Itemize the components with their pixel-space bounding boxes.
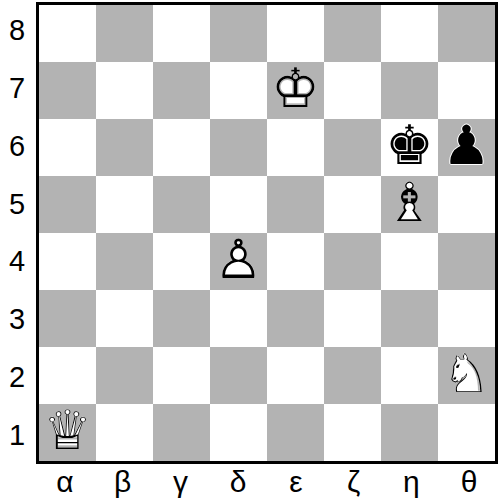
square-e1[interactable]	[267, 404, 324, 461]
piece-outline-glyph: ♙	[210, 233, 267, 290]
square-d3[interactable]	[210, 290, 267, 347]
square-e7[interactable]: ♚♔	[267, 62, 324, 119]
square-g2[interactable]	[381, 347, 438, 404]
square-b7[interactable]	[96, 62, 153, 119]
square-f5[interactable]	[324, 176, 381, 233]
square-a1[interactable]: ♛♕	[39, 404, 96, 461]
piece-outline-glyph: ♔	[267, 62, 324, 119]
square-d7[interactable]	[210, 62, 267, 119]
square-c7[interactable]	[153, 62, 210, 119]
square-h2[interactable]: ♞♘	[438, 347, 495, 404]
square-f2[interactable]	[324, 347, 381, 404]
square-h3[interactable]	[438, 290, 495, 347]
black-pawn-piece[interactable]: ♟	[438, 119, 495, 176]
piece-outline-glyph: ♘	[438, 347, 495, 404]
square-g6[interactable]: ♚	[381, 119, 438, 176]
square-e3[interactable]	[267, 290, 324, 347]
square-f4[interactable]	[324, 233, 381, 290]
square-g4[interactable]	[381, 233, 438, 290]
white-bishop-piece[interactable]: ♝♗	[381, 176, 438, 233]
rank-label-7: 7	[0, 60, 34, 118]
file-label-e: ε	[267, 464, 325, 500]
square-a3[interactable]	[39, 290, 96, 347]
file-label-f: ζ	[325, 464, 383, 500]
file-labels: αβγδεζηθ	[36, 464, 498, 500]
white-queen-piece[interactable]: ♛♕	[39, 404, 96, 461]
square-e4[interactable]	[267, 233, 324, 290]
file-label-d: δ	[209, 464, 267, 500]
white-king-piece[interactable]: ♚♔	[267, 62, 324, 119]
rank-label-3: 3	[0, 291, 34, 349]
square-c2[interactable]	[153, 347, 210, 404]
square-c5[interactable]	[153, 176, 210, 233]
square-c6[interactable]	[153, 119, 210, 176]
square-h1[interactable]	[438, 404, 495, 461]
square-g1[interactable]	[381, 404, 438, 461]
square-f3[interactable]	[324, 290, 381, 347]
rank-label-8: 8	[0, 2, 34, 60]
white-pawn-piece[interactable]: ♟♙	[210, 233, 267, 290]
square-h5[interactable]	[438, 176, 495, 233]
rank-labels: 87654321	[0, 2, 34, 464]
piece-outline-glyph: ♗	[381, 176, 438, 233]
square-f1[interactable]	[324, 404, 381, 461]
square-c4[interactable]	[153, 233, 210, 290]
square-b5[interactable]	[96, 176, 153, 233]
square-a8[interactable]	[39, 5, 96, 62]
rank-label-1: 1	[0, 406, 34, 464]
piece-glyph: ♟	[438, 119, 495, 176]
square-e5[interactable]	[267, 176, 324, 233]
square-a6[interactable]	[39, 119, 96, 176]
piece-glyph: ♚	[381, 119, 438, 176]
square-g7[interactable]	[381, 62, 438, 119]
square-b8[interactable]	[96, 5, 153, 62]
chess-diagram: 87654321 ♚♔♚♟♝♗♟♙♞♘♛♕ αβγδεζηθ	[0, 0, 500, 500]
square-d6[interactable]	[210, 119, 267, 176]
square-b6[interactable]	[96, 119, 153, 176]
rank-label-2: 2	[0, 349, 34, 407]
rank-label-4: 4	[0, 233, 34, 291]
square-c8[interactable]	[153, 5, 210, 62]
square-g8[interactable]	[381, 5, 438, 62]
black-king-piece[interactable]: ♚	[381, 119, 438, 176]
file-label-g: η	[383, 464, 441, 500]
square-e2[interactable]	[267, 347, 324, 404]
square-f6[interactable]	[324, 119, 381, 176]
square-g5[interactable]: ♝♗	[381, 176, 438, 233]
square-b1[interactable]	[96, 404, 153, 461]
square-h6[interactable]: ♟	[438, 119, 495, 176]
square-b3[interactable]	[96, 290, 153, 347]
rank-label-6: 6	[0, 118, 34, 176]
square-d1[interactable]	[210, 404, 267, 461]
square-d8[interactable]	[210, 5, 267, 62]
file-label-h: θ	[440, 464, 498, 500]
square-d2[interactable]	[210, 347, 267, 404]
square-f8[interactable]	[324, 5, 381, 62]
white-knight-piece[interactable]: ♞♘	[438, 347, 495, 404]
square-h4[interactable]	[438, 233, 495, 290]
rank-label-5: 5	[0, 175, 34, 233]
piece-outline-glyph: ♕	[39, 404, 96, 461]
square-e6[interactable]	[267, 119, 324, 176]
square-f7[interactable]	[324, 62, 381, 119]
file-label-a: α	[36, 464, 94, 500]
square-g3[interactable]	[381, 290, 438, 347]
file-label-c: γ	[152, 464, 210, 500]
square-e8[interactable]	[267, 5, 324, 62]
square-d5[interactable]	[210, 176, 267, 233]
square-b4[interactable]	[96, 233, 153, 290]
square-c1[interactable]	[153, 404, 210, 461]
square-a4[interactable]	[39, 233, 96, 290]
square-c3[interactable]	[153, 290, 210, 347]
square-b2[interactable]	[96, 347, 153, 404]
square-h7[interactable]	[438, 62, 495, 119]
chess-board: ♚♔♚♟♝♗♟♙♞♘♛♕	[36, 2, 498, 464]
square-a2[interactable]	[39, 347, 96, 404]
square-d4[interactable]: ♟♙	[210, 233, 267, 290]
file-label-b: β	[94, 464, 152, 500]
square-h8[interactable]	[438, 5, 495, 62]
square-a7[interactable]	[39, 62, 96, 119]
square-a5[interactable]	[39, 176, 96, 233]
